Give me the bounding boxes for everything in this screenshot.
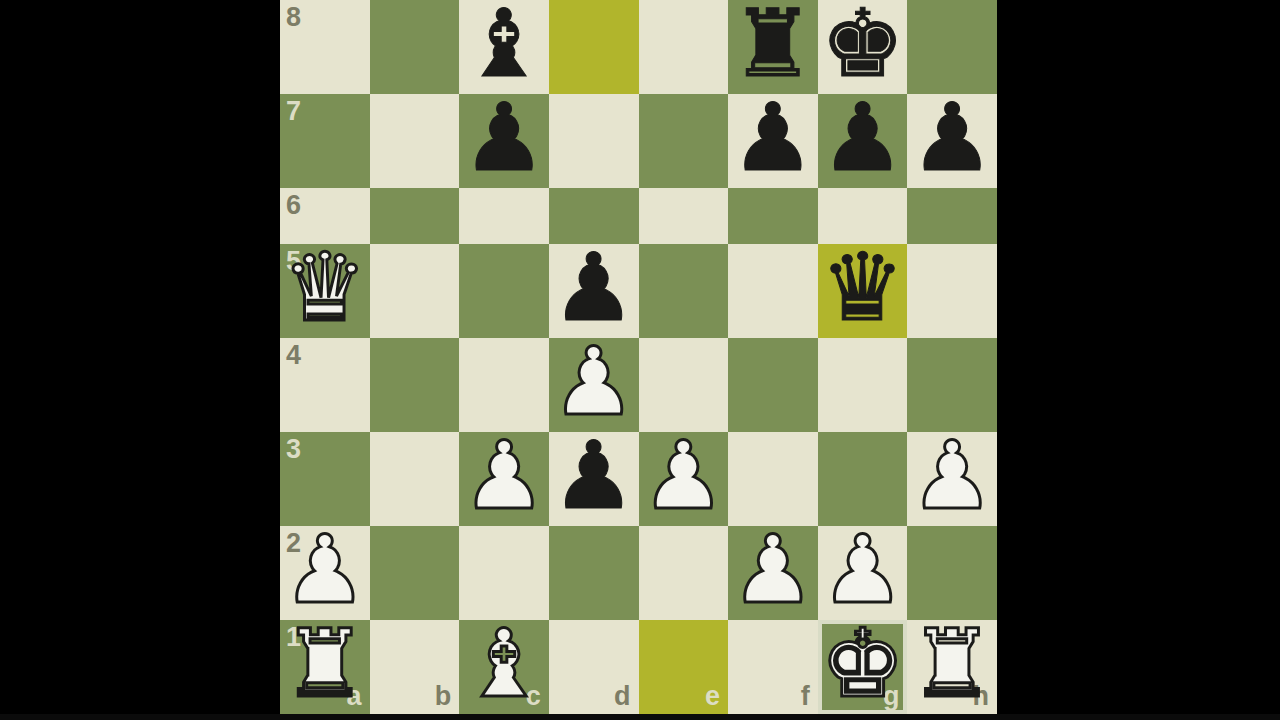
square-h4[interactable] (907, 338, 997, 432)
square-c6[interactable] (459, 188, 549, 244)
letterbox-bottom (0, 714, 1280, 720)
square-g8[interactable]: ♚ (818, 0, 908, 94)
piece-black-pawn[interactable]: ♟ (731, 91, 815, 185)
rank-label-7: 7 (286, 98, 301, 125)
square-b5[interactable] (370, 244, 460, 338)
square-g4[interactable] (818, 338, 908, 432)
square-a3[interactable]: 3 (280, 432, 370, 526)
square-f6[interactable] (728, 188, 818, 244)
square-a5[interactable]: 5♛ (280, 244, 370, 338)
piece-white-rook[interactable]: ♜ (910, 617, 994, 711)
piece-white-pawn[interactable]: ♟ (820, 523, 904, 617)
square-g5[interactable]: ♛ (818, 244, 908, 338)
piece-white-pawn[interactable]: ♟ (731, 523, 815, 617)
square-d1[interactable]: d (549, 620, 639, 714)
square-e8[interactable] (639, 0, 729, 94)
square-d4[interactable]: ♟ (549, 338, 639, 432)
square-b6[interactable] (370, 188, 460, 244)
square-c7[interactable]: ♟ (459, 94, 549, 188)
square-c3[interactable]: ♟ (459, 432, 549, 526)
file-label-f: f (801, 683, 810, 710)
square-b7[interactable] (370, 94, 460, 188)
square-c8[interactable]: ♝ (459, 0, 549, 94)
piece-white-pawn[interactable]: ♟ (462, 429, 546, 523)
square-b4[interactable] (370, 338, 460, 432)
square-f5[interactable] (728, 244, 818, 338)
square-b8[interactable] (370, 0, 460, 94)
square-h5[interactable] (907, 244, 997, 338)
piece-black-queen[interactable]: ♛ (820, 241, 904, 335)
square-e7[interactable] (639, 94, 729, 188)
square-h6[interactable] (907, 188, 997, 244)
piece-white-king[interactable]: ♚ (820, 617, 904, 711)
square-f4[interactable] (728, 338, 818, 432)
piece-black-pawn[interactable]: ♟ (462, 91, 546, 185)
piece-white-pawn[interactable]: ♟ (910, 429, 994, 523)
file-label-e: e (705, 683, 720, 710)
piece-black-pawn[interactable]: ♟ (552, 429, 636, 523)
piece-white-pawn[interactable]: ♟ (283, 523, 367, 617)
rank-label-6: 6 (286, 192, 301, 219)
square-g7[interactable]: ♟ (818, 94, 908, 188)
file-label-d: d (614, 683, 631, 710)
square-f2[interactable]: ♟ (728, 526, 818, 620)
piece-black-rook[interactable]: ♜ (731, 0, 815, 91)
square-d8[interactable] (549, 0, 639, 94)
square-g2[interactable]: ♟ (818, 526, 908, 620)
square-f1[interactable]: f (728, 620, 818, 714)
square-h1[interactable]: h♜ (907, 620, 997, 714)
piece-white-rook[interactable]: ♜ (283, 617, 367, 711)
rank-label-4: 4 (286, 342, 301, 369)
piece-white-queen[interactable]: ♛ (283, 241, 367, 335)
square-e4[interactable] (639, 338, 729, 432)
square-d7[interactable] (549, 94, 639, 188)
letterbox-right (997, 0, 1280, 720)
file-label-b: b (435, 683, 452, 710)
square-e6[interactable] (639, 188, 729, 244)
square-a8[interactable]: 8 (280, 0, 370, 94)
piece-white-pawn[interactable]: ♟ (552, 335, 636, 429)
square-h8[interactable] (907, 0, 997, 94)
square-g1[interactable]: g♚ (818, 620, 908, 714)
piece-black-king[interactable]: ♚ (820, 0, 904, 91)
chess-board: 8♝♜♚7♟♟♟♟65♛♟♛4♟3♟♟♟♟2♟♟♟1a♜bc♝defg♚h♜ (280, 0, 997, 714)
square-h2[interactable] (907, 526, 997, 620)
square-b3[interactable] (370, 432, 460, 526)
square-f8[interactable]: ♜ (728, 0, 818, 94)
rank-label-8: 8 (286, 4, 301, 31)
video-frame: 8♝♜♚7♟♟♟♟65♛♟♛4♟3♟♟♟♟2♟♟♟1a♜bc♝defg♚h♜ (0, 0, 1280, 720)
square-b2[interactable] (370, 526, 460, 620)
piece-black-pawn[interactable]: ♟ (910, 91, 994, 185)
square-f7[interactable]: ♟ (728, 94, 818, 188)
square-c5[interactable] (459, 244, 549, 338)
square-g3[interactable] (818, 432, 908, 526)
square-h3[interactable]: ♟ (907, 432, 997, 526)
square-b1[interactable]: b (370, 620, 460, 714)
square-e1[interactable]: e (639, 620, 729, 714)
piece-black-bishop[interactable]: ♝ (462, 0, 546, 91)
square-a7[interactable]: 7 (280, 94, 370, 188)
square-f3[interactable] (728, 432, 818, 526)
square-a2[interactable]: 2♟ (280, 526, 370, 620)
square-d5[interactable]: ♟ (549, 244, 639, 338)
square-c4[interactable] (459, 338, 549, 432)
square-a4[interactable]: 4 (280, 338, 370, 432)
square-c2[interactable] (459, 526, 549, 620)
square-d3[interactable]: ♟ (549, 432, 639, 526)
square-a1[interactable]: 1a♜ (280, 620, 370, 714)
square-e5[interactable] (639, 244, 729, 338)
piece-white-pawn[interactable]: ♟ (641, 429, 725, 523)
square-c1[interactable]: c♝ (459, 620, 549, 714)
square-e3[interactable]: ♟ (639, 432, 729, 526)
rank-label-3: 3 (286, 436, 301, 463)
piece-black-pawn[interactable]: ♟ (552, 241, 636, 335)
piece-black-pawn[interactable]: ♟ (820, 91, 904, 185)
square-e2[interactable] (639, 526, 729, 620)
square-d2[interactable] (549, 526, 639, 620)
piece-white-bishop[interactable]: ♝ (462, 617, 546, 711)
square-h7[interactable]: ♟ (907, 94, 997, 188)
letterbox-left (0, 0, 280, 720)
